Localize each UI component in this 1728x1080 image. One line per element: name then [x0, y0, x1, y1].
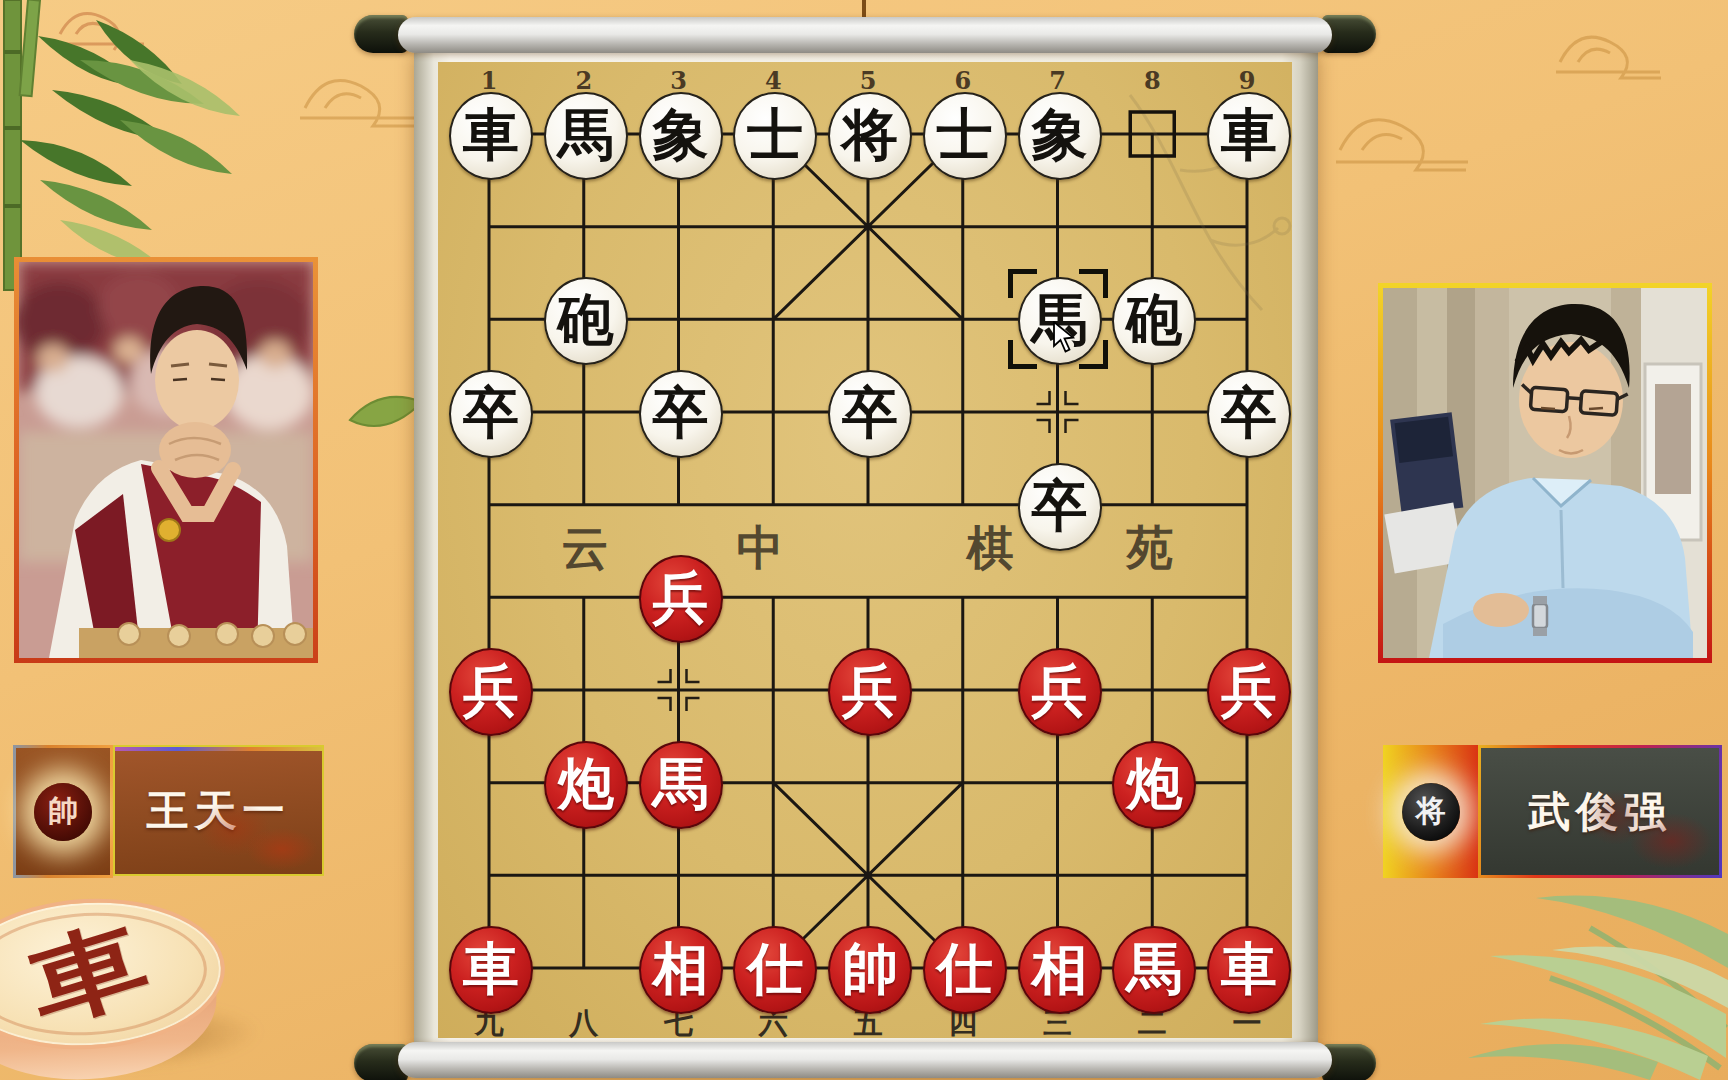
black-general-icon: 将 [1402, 783, 1460, 841]
black-piece-卒-f1r3[interactable]: 卒 [449, 370, 533, 458]
broadcast-stage: 123456789 九八七六五四三二一 云中棋苑 車馬象士将士象車砲馬砲卒卒卒卒… [0, 0, 1728, 1080]
player-left-side-icon: 帥 [13, 745, 113, 878]
black-general-glyph: 将 [1416, 791, 1446, 832]
river-text-char-1: 云 [562, 517, 609, 580]
red-piece-馬-f3r7[interactable]: 馬 [639, 741, 723, 829]
bamboo-top-left-decor [0, 0, 300, 300]
river-text-char-4: 苑 [1127, 517, 1174, 580]
red-piece-兵-f1r6[interactable]: 兵 [449, 648, 533, 736]
red-piece-馬-f8r9[interactable]: 馬 [1112, 926, 1196, 1014]
file-label-top-6: 6 [954, 66, 971, 95]
black-piece-砲-f8r2[interactable]: 砲 [1112, 277, 1196, 365]
black-piece-将-f5r0[interactable]: 将 [828, 92, 912, 180]
black-piece-士-f4r0[interactable]: 士 [733, 92, 817, 180]
scroll-top-rod [398, 17, 1332, 53]
river-text-char-2: 中 [737, 517, 784, 580]
player-right-side-icon: 将 [1383, 745, 1479, 878]
black-piece-象-f7r0[interactable]: 象 [1018, 92, 1102, 180]
red-piece-仕-f6r9[interactable]: 仕 [923, 926, 1007, 1014]
file-label-top-2: 2 [575, 66, 592, 95]
player-right-name: 武俊强 [1528, 784, 1672, 840]
file-label-top-1: 1 [481, 66, 498, 95]
black-piece-卒-f3r3[interactable]: 卒 [639, 370, 723, 458]
black-piece-士-f6r0[interactable]: 士 [923, 92, 1007, 180]
black-piece-車-f9r0[interactable]: 車 [1207, 92, 1291, 180]
file-label-top-8: 8 [1144, 66, 1161, 95]
red-piece-炮-f2r7[interactable]: 炮 [544, 741, 628, 829]
red-piece-車-f1r9[interactable]: 車 [449, 926, 533, 1014]
file-label-top-3: 3 [670, 66, 687, 95]
black-piece-卒-f7r4[interactable]: 卒 [1018, 463, 1102, 551]
red-piece-兵-f3r5[interactable]: 兵 [639, 555, 723, 643]
black-piece-砲-f2r2[interactable]: 砲 [544, 277, 628, 365]
black-piece-馬-f2r0[interactable]: 馬 [544, 92, 628, 180]
file-label-top-9: 9 [1239, 66, 1256, 95]
red-piece-兵-f5r6[interactable]: 兵 [828, 648, 912, 736]
black-piece-象-f3r0[interactable]: 象 [639, 92, 723, 180]
river-text-char-3: 棋 [967, 517, 1014, 580]
red-piece-兵-f9r6[interactable]: 兵 [1207, 648, 1291, 736]
leaf-decor [348, 386, 424, 448]
black-piece-卒-f9r3[interactable]: 卒 [1207, 370, 1291, 458]
file-label-top-7: 7 [1049, 66, 1066, 95]
player-right-nameplate: 武俊强 [1478, 745, 1722, 878]
black-piece-馬-f7r2[interactable]: 馬 [1018, 277, 1102, 365]
red-general-glyph: 帥 [48, 791, 78, 832]
scroll-bottom-rod [398, 1042, 1332, 1078]
red-piece-帥-f5r9[interactable]: 帥 [828, 926, 912, 1014]
file-label-top-4: 4 [765, 66, 782, 95]
player-left-name: 王天一 [147, 783, 291, 839]
red-piece-車-f9r9[interactable]: 車 [1207, 926, 1291, 1014]
red-piece-相-f3r9[interactable]: 相 [639, 926, 723, 1014]
red-piece-兵-f7r6[interactable]: 兵 [1018, 648, 1102, 736]
black-piece-車-f1r0[interactable]: 車 [449, 92, 533, 180]
red-general-icon: 帥 [34, 783, 92, 841]
red-piece-相-f7r9[interactable]: 相 [1018, 926, 1102, 1014]
file-label-top-5: 5 [860, 66, 877, 95]
red-piece-仕-f4r9[interactable]: 仕 [733, 926, 817, 1014]
player-left-photo [14, 257, 318, 663]
player-left-nameplate: 王天一 [113, 745, 324, 876]
black-piece-卒-f5r3[interactable]: 卒 [828, 370, 912, 458]
red-piece-炮-f8r7[interactable]: 炮 [1112, 741, 1196, 829]
file-label-bottom-2: 八 [569, 1004, 598, 1044]
player-right-photo [1378, 283, 1712, 663]
decorative-chariot-piece: 車 [0, 890, 273, 1080]
